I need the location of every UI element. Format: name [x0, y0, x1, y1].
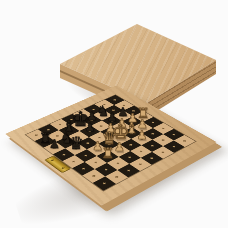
chess-set-product-photo: ♜♝♚♟♞♟♞♟♟♟♛♟♟♟♜♟♛♚♝♟♜♟♟: [0, 0, 228, 228]
chess-piece-bP-a6[interactable]: ♟: [49, 138, 60, 150]
chess-piece-wR-c3[interactable]: ♜: [101, 145, 114, 159]
chess-piece-bQ-b5[interactable]: ♛: [68, 135, 83, 152]
chess-piece-wP-d3[interactable]: ♟: [114, 141, 125, 153]
chess-piece-bP-d6[interactable]: ♟: [84, 122, 95, 134]
chess-piece-wP-f3[interactable]: ♟: [136, 130, 147, 142]
